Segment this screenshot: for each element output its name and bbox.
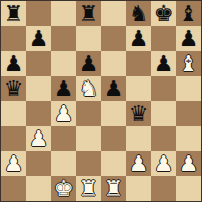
square-d4[interactable] [76, 101, 101, 126]
white-pawn: ♟ [179, 151, 199, 176]
square-e5[interactable]: ♟ [101, 76, 126, 101]
black-queen: ♛ [129, 101, 149, 126]
chess-board: ♜♜♞♚♝♟♟♟♟♟♟♝♛♟♞♟♟♛♟♟♟♟♟♚♜♜ [0, 0, 202, 202]
white-bishop: ♝ [179, 51, 199, 76]
square-h8[interactable]: ♝ [176, 1, 201, 26]
black-pawn: ♟ [154, 51, 174, 76]
square-e8[interactable] [101, 1, 126, 26]
square-c3[interactable] [51, 126, 76, 151]
white-knight: ♞ [79, 76, 99, 101]
square-a4[interactable] [1, 101, 26, 126]
square-a5[interactable]: ♛ [1, 76, 26, 101]
square-e4[interactable] [101, 101, 126, 126]
black-king: ♚ [154, 1, 174, 26]
square-c8[interactable] [51, 1, 76, 26]
square-h4[interactable] [176, 101, 201, 126]
square-d7[interactable] [76, 26, 101, 51]
square-e3[interactable] [101, 126, 126, 151]
square-c2[interactable] [51, 151, 76, 176]
square-f1[interactable] [126, 176, 151, 201]
white-king: ♚ [54, 176, 74, 201]
square-b4[interactable] [26, 101, 51, 126]
black-pawn: ♟ [4, 51, 24, 76]
square-g3[interactable] [151, 126, 176, 151]
black-pawn: ♟ [179, 26, 199, 51]
square-c7[interactable] [51, 26, 76, 51]
square-f7[interactable]: ♟ [126, 26, 151, 51]
square-c1[interactable]: ♚ [51, 176, 76, 201]
black-rook: ♜ [4, 1, 24, 26]
white-rook: ♜ [104, 176, 124, 201]
square-d2[interactable] [76, 151, 101, 176]
square-g1[interactable] [151, 176, 176, 201]
white-pawn: ♟ [129, 151, 149, 176]
square-a2[interactable]: ♟ [1, 151, 26, 176]
square-h2[interactable]: ♟ [176, 151, 201, 176]
square-b6[interactable] [26, 51, 51, 76]
square-a1[interactable] [1, 176, 26, 201]
square-h6[interactable]: ♝ [176, 51, 201, 76]
black-knight: ♞ [129, 1, 149, 26]
square-f4[interactable]: ♛ [126, 101, 151, 126]
square-g4[interactable] [151, 101, 176, 126]
square-f3[interactable] [126, 126, 151, 151]
square-b8[interactable] [26, 1, 51, 26]
white-pawn: ♟ [54, 101, 74, 126]
black-bishop: ♝ [179, 1, 199, 26]
square-h5[interactable] [176, 76, 201, 101]
square-f8[interactable]: ♞ [126, 1, 151, 26]
white-rook: ♜ [79, 176, 99, 201]
square-h1[interactable] [176, 176, 201, 201]
square-a8[interactable]: ♜ [1, 1, 26, 26]
square-d8[interactable]: ♜ [76, 1, 101, 26]
square-e7[interactable] [101, 26, 126, 51]
square-g6[interactable]: ♟ [151, 51, 176, 76]
square-b5[interactable] [26, 76, 51, 101]
square-e1[interactable]: ♜ [101, 176, 126, 201]
square-c6[interactable] [51, 51, 76, 76]
square-f5[interactable] [126, 76, 151, 101]
square-b2[interactable] [26, 151, 51, 176]
square-b3[interactable]: ♟ [26, 126, 51, 151]
square-h7[interactable]: ♟ [176, 26, 201, 51]
square-e6[interactable] [101, 51, 126, 76]
black-pawn: ♟ [54, 76, 74, 101]
square-f6[interactable] [126, 51, 151, 76]
square-b7[interactable]: ♟ [26, 26, 51, 51]
square-g7[interactable] [151, 26, 176, 51]
square-h3[interactable] [176, 126, 201, 151]
square-a7[interactable] [1, 26, 26, 51]
square-d1[interactable]: ♜ [76, 176, 101, 201]
square-c5[interactable]: ♟ [51, 76, 76, 101]
white-pawn: ♟ [154, 151, 174, 176]
square-d3[interactable] [76, 126, 101, 151]
black-rook: ♜ [79, 1, 99, 26]
square-g5[interactable] [151, 76, 176, 101]
square-d6[interactable]: ♟ [76, 51, 101, 76]
square-b1[interactable] [26, 176, 51, 201]
black-pawn: ♟ [104, 76, 124, 101]
square-a3[interactable] [1, 126, 26, 151]
black-pawn: ♟ [129, 26, 149, 51]
black-queen: ♛ [4, 76, 24, 101]
square-d5[interactable]: ♞ [76, 76, 101, 101]
square-g8[interactable]: ♚ [151, 1, 176, 26]
square-a6[interactable]: ♟ [1, 51, 26, 76]
square-e2[interactable] [101, 151, 126, 176]
white-pawn: ♟ [4, 151, 24, 176]
black-pawn: ♟ [29, 26, 49, 51]
square-c4[interactable]: ♟ [51, 101, 76, 126]
square-f2[interactable]: ♟ [126, 151, 151, 176]
white-pawn: ♟ [29, 126, 49, 151]
square-g2[interactable]: ♟ [151, 151, 176, 176]
black-pawn: ♟ [79, 51, 99, 76]
